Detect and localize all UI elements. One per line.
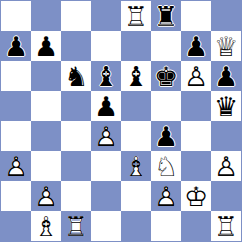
square-b8[interactable] — [31, 1, 61, 31]
piece-black-pawn[interactable]: ♟ — [31, 31, 61, 61]
piece-white-pawn[interactable]: ♟♙ — [91, 121, 121, 151]
white-piece-outline: ♙ — [181, 61, 211, 91]
square-g2[interactable]: ♚♔ — [181, 181, 211, 211]
square-h1[interactable]: ♜♖ — [211, 211, 241, 241]
square-g5[interactable] — [181, 91, 211, 121]
square-h3[interactable]: ♟♙ — [211, 151, 241, 181]
square-e8[interactable]: ♜♖ — [121, 1, 151, 31]
white-piece-outline: ♙ — [91, 121, 121, 151]
square-a5[interactable] — [1, 91, 31, 121]
piece-white-rook[interactable]: ♜♖ — [121, 1, 151, 31]
square-a8[interactable] — [1, 1, 31, 31]
square-c7[interactable] — [61, 31, 91, 61]
square-f7[interactable] — [151, 31, 181, 61]
piece-white-rook[interactable]: ♜♖ — [211, 211, 241, 241]
piece-white-pawn[interactable]: ♟♙ — [181, 61, 211, 91]
square-b2[interactable]: ♟♙ — [31, 181, 61, 211]
square-c3[interactable] — [61, 151, 91, 181]
piece-black-king[interactable]: ♚ — [151, 61, 181, 91]
piece-white-bishop[interactable]: ♝♗ — [121, 151, 151, 181]
square-a2[interactable] — [1, 181, 31, 211]
square-c5[interactable] — [61, 91, 91, 121]
square-e6[interactable]: ♝ — [121, 61, 151, 91]
square-d7[interactable] — [91, 31, 121, 61]
black-piece-fill: ♟ — [31, 31, 61, 61]
square-b6[interactable] — [31, 61, 61, 91]
square-h2[interactable] — [211, 181, 241, 211]
white-piece-outline: ♙ — [31, 181, 61, 211]
piece-white-knight[interactable]: ♞♘ — [151, 151, 181, 181]
piece-black-rook[interactable]: ♜ — [151, 1, 181, 31]
white-piece-outline: ♖ — [121, 1, 151, 31]
square-e4[interactable] — [121, 121, 151, 151]
square-c4[interactable] — [61, 121, 91, 151]
black-piece-fill: ♟ — [211, 61, 241, 91]
white-piece-outline: ♙ — [151, 181, 181, 211]
piece-black-pawn[interactable]: ♟ — [181, 31, 211, 61]
piece-black-knight[interactable]: ♞ — [61, 61, 91, 91]
square-a3[interactable]: ♟♙ — [1, 151, 31, 181]
square-d3[interactable] — [91, 151, 121, 181]
square-e3[interactable]: ♝♗ — [121, 151, 151, 181]
piece-black-pawn[interactable]: ♟ — [211, 61, 241, 91]
square-g8[interactable] — [181, 1, 211, 31]
square-f1[interactable] — [151, 211, 181, 241]
black-piece-fill: ♟ — [91, 91, 121, 121]
square-e2[interactable] — [121, 181, 151, 211]
chess-board: ♜♖♜♟♟♟♛♕♞♝♝♚♟♙♟♟♛♟♙♟♟♙♝♗♞♘♟♙♟♙♟♙♚♔♝♗♜♖♜♖ — [0, 0, 242, 242]
white-piece-outline: ♗ — [121, 151, 151, 181]
white-piece-outline: ♖ — [61, 211, 91, 241]
square-c6[interactable]: ♞ — [61, 61, 91, 91]
square-g4[interactable] — [181, 121, 211, 151]
piece-white-king[interactable]: ♚♔ — [181, 181, 211, 211]
piece-white-bishop[interactable]: ♝♗ — [31, 211, 61, 241]
square-f5[interactable] — [151, 91, 181, 121]
white-piece-outline: ♔ — [181, 181, 211, 211]
square-d1[interactable] — [91, 211, 121, 241]
black-piece-fill: ♝ — [91, 61, 121, 91]
square-f8[interactable]: ♜ — [151, 1, 181, 31]
square-g3[interactable] — [181, 151, 211, 181]
piece-white-pawn[interactable]: ♟♙ — [211, 151, 241, 181]
square-e7[interactable] — [121, 31, 151, 61]
square-g1[interactable] — [181, 211, 211, 241]
black-piece-fill: ♝ — [121, 61, 151, 91]
square-b5[interactable] — [31, 91, 61, 121]
piece-black-bishop[interactable]: ♝ — [91, 61, 121, 91]
square-d6[interactable]: ♝ — [91, 61, 121, 91]
square-d4[interactable]: ♟♙ — [91, 121, 121, 151]
square-d5[interactable]: ♟ — [91, 91, 121, 121]
square-h8[interactable] — [211, 1, 241, 31]
piece-black-pawn[interactable]: ♟ — [151, 121, 181, 151]
black-piece-fill: ♟ — [181, 31, 211, 61]
square-e5[interactable] — [121, 91, 151, 121]
white-piece-outline: ♙ — [211, 151, 241, 181]
square-f4[interactable]: ♟ — [151, 121, 181, 151]
square-b4[interactable] — [31, 121, 61, 151]
square-b7[interactable]: ♟ — [31, 31, 61, 61]
square-d8[interactable] — [91, 1, 121, 31]
square-a4[interactable] — [1, 121, 31, 151]
piece-white-pawn[interactable]: ♟♙ — [151, 181, 181, 211]
square-a7[interactable]: ♟ — [1, 31, 31, 61]
piece-white-queen[interactable]: ♛♕ — [211, 31, 241, 61]
square-g6[interactable]: ♟♙ — [181, 61, 211, 91]
square-f3[interactable]: ♞♘ — [151, 151, 181, 181]
black-piece-fill: ♜ — [151, 1, 181, 31]
square-h4[interactable] — [211, 121, 241, 151]
black-piece-fill: ♟ — [151, 121, 181, 151]
black-piece-fill: ♟ — [1, 31, 31, 61]
square-b3[interactable] — [31, 151, 61, 181]
piece-black-bishop[interactable]: ♝ — [121, 61, 151, 91]
black-piece-fill: ♛ — [211, 91, 241, 121]
piece-black-queen[interactable]: ♛ — [211, 91, 241, 121]
white-piece-outline: ♖ — [211, 211, 241, 241]
square-a1[interactable] — [1, 211, 31, 241]
square-d2[interactable] — [91, 181, 121, 211]
square-b1[interactable]: ♝♗ — [31, 211, 61, 241]
piece-black-pawn[interactable]: ♟ — [1, 31, 31, 61]
piece-white-rook[interactable]: ♜♖ — [61, 211, 91, 241]
square-e1[interactable] — [121, 211, 151, 241]
square-h7[interactable]: ♛♕ — [211, 31, 241, 61]
black-piece-fill: ♚ — [151, 61, 181, 91]
square-a6[interactable] — [1, 61, 31, 91]
white-piece-outline: ♗ — [31, 211, 61, 241]
white-piece-outline: ♘ — [151, 151, 181, 181]
square-f2[interactable]: ♟♙ — [151, 181, 181, 211]
piece-white-pawn[interactable]: ♟♙ — [1, 151, 31, 181]
square-c2[interactable] — [61, 181, 91, 211]
white-piece-outline: ♕ — [211, 31, 241, 61]
piece-black-pawn[interactable]: ♟ — [91, 91, 121, 121]
white-piece-outline: ♙ — [1, 151, 31, 181]
square-h5[interactable]: ♛ — [211, 91, 241, 121]
square-g7[interactable]: ♟ — [181, 31, 211, 61]
black-piece-fill: ♞ — [61, 61, 91, 91]
piece-white-pawn[interactable]: ♟♙ — [31, 181, 61, 211]
square-f6[interactable]: ♚ — [151, 61, 181, 91]
square-c8[interactable] — [61, 1, 91, 31]
square-c1[interactable]: ♜♖ — [61, 211, 91, 241]
square-h6[interactable]: ♟ — [211, 61, 241, 91]
